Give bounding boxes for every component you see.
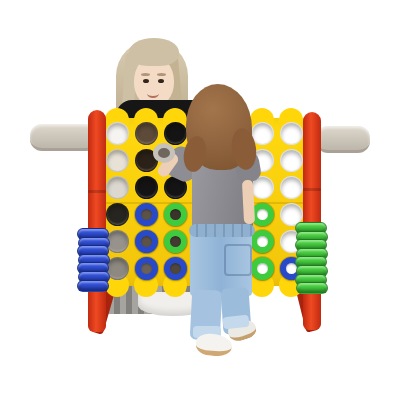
empty-hole [135,176,158,199]
empty-hole [106,122,129,145]
cell-r2c7 [277,147,306,174]
cell-r3c1 [103,174,132,201]
adult-eye-right [158,79,164,83]
cell-r4c1 [103,201,132,228]
cell-r4c3 [161,201,190,228]
child-left-forearm [242,180,255,225]
adult-smile [147,89,159,98]
empty-hole [106,203,129,226]
empty-hole [106,176,129,199]
child-front-shoe [195,333,232,357]
cell-r6c6 [248,255,277,282]
blue-ring-stack [77,228,111,302]
child-held-ring [153,143,175,163]
cell-r5c3 [161,228,190,255]
right-ring-tray [316,126,370,153]
green-ring [164,230,187,253]
green-spare-ring [296,282,328,294]
cell-r1c2 [132,120,161,147]
cell-r2c1 [103,147,132,174]
empty-hole [280,122,303,145]
blue-ring [135,203,158,226]
green-ring [164,203,187,226]
blue-ring [164,257,187,280]
cell-r5c2 [132,228,161,255]
empty-hole [164,122,187,145]
product-photo-scene [0,0,400,400]
empty-hole [280,176,303,199]
green-ring [251,257,274,280]
cell-r3c2 [132,174,161,201]
adult-eyebrow-left [141,73,150,76]
left-post-joint [88,190,106,193]
cell-r6c3 [161,255,190,282]
cell-r4c2 [132,201,161,228]
blue-spare-ring [77,280,109,292]
empty-hole [106,149,129,172]
right-post-joint [303,188,321,191]
blue-ring [135,230,158,253]
child-jeans-pocket [224,244,252,276]
cell-r6c2 [132,255,161,282]
empty-hole [280,149,303,172]
empty-hole [135,122,158,145]
green-ring [251,230,274,253]
blue-ring [135,257,158,280]
cell-r1c7 [277,120,306,147]
cell-r1c1 [103,120,132,147]
child-jeans-waistband [189,224,255,237]
adult-hair-top [129,38,179,66]
cell-r3c7 [277,174,306,201]
green-ring-stack [295,222,329,302]
adult-eye-left [143,79,149,83]
adult-eyebrow-right [157,73,166,76]
